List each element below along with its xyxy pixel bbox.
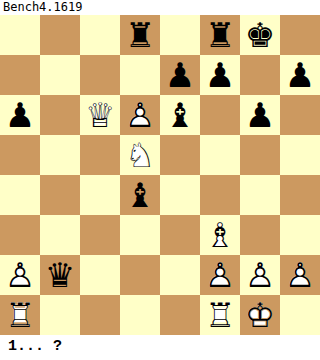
square-f7[interactable]: ♟ — [200, 55, 240, 95]
square-c8[interactable] — [80, 15, 120, 55]
black-pawn: ♟ — [280, 55, 320, 95]
square-d5[interactable]: ♞♘ — [120, 135, 160, 175]
white-pawn-fill: ♟ — [0, 255, 40, 295]
square-b5[interactable] — [40, 135, 80, 175]
square-c2[interactable] — [80, 255, 120, 295]
white-knight-fill: ♞ — [120, 135, 160, 175]
square-g1[interactable]: ♚♔ — [240, 295, 280, 335]
square-c5[interactable] — [80, 135, 120, 175]
square-b7[interactable] — [40, 55, 80, 95]
square-b2[interactable]: ♛ — [40, 255, 80, 295]
square-g8[interactable]: ♚ — [240, 15, 280, 55]
square-b4[interactable] — [40, 175, 80, 215]
black-bishop: ♝ — [120, 175, 160, 215]
white-bishop: ♗ — [200, 215, 240, 255]
black-rook: ♜ — [200, 15, 240, 55]
white-pawn: ♙ — [120, 95, 160, 135]
square-h2[interactable]: ♟♙ — [280, 255, 320, 295]
square-h7[interactable]: ♟ — [280, 55, 320, 95]
square-a5[interactable] — [0, 135, 40, 175]
white-rook: ♖ — [0, 295, 40, 335]
square-h8[interactable] — [280, 15, 320, 55]
square-d1[interactable] — [120, 295, 160, 335]
square-f6[interactable] — [200, 95, 240, 135]
white-pawn-fill: ♟ — [120, 95, 160, 135]
white-pawn-fill: ♟ — [280, 255, 320, 295]
square-a1[interactable]: ♜♖ — [0, 295, 40, 335]
white-king: ♔ — [240, 295, 280, 335]
square-e4[interactable] — [160, 175, 200, 215]
white-bishop-fill: ♝ — [200, 215, 240, 255]
white-queen: ♕ — [80, 95, 120, 135]
square-c4[interactable] — [80, 175, 120, 215]
black-rook: ♜ — [120, 15, 160, 55]
square-c3[interactable] — [80, 215, 120, 255]
black-bishop: ♝ — [160, 95, 200, 135]
square-d7[interactable] — [120, 55, 160, 95]
square-h1[interactable] — [280, 295, 320, 335]
square-g7[interactable] — [240, 55, 280, 95]
white-pawn: ♙ — [280, 255, 320, 295]
white-rook-fill: ♜ — [200, 295, 240, 335]
black-pawn: ♟ — [200, 55, 240, 95]
square-h6[interactable] — [280, 95, 320, 135]
square-a2[interactable]: ♟♙ — [0, 255, 40, 295]
square-d2[interactable] — [120, 255, 160, 295]
white-pawn-fill: ♟ — [240, 255, 280, 295]
square-h3[interactable] — [280, 215, 320, 255]
square-e2[interactable] — [160, 255, 200, 295]
square-d3[interactable] — [120, 215, 160, 255]
square-b3[interactable] — [40, 215, 80, 255]
window-title: Bench4.1619 — [0, 0, 320, 15]
square-f4[interactable] — [200, 175, 240, 215]
square-f2[interactable]: ♟♙ — [200, 255, 240, 295]
black-pawn: ♟ — [0, 95, 40, 135]
square-g6[interactable]: ♟ — [240, 95, 280, 135]
square-g5[interactable] — [240, 135, 280, 175]
square-a7[interactable] — [0, 55, 40, 95]
square-d4[interactable]: ♝ — [120, 175, 160, 215]
square-f8[interactable]: ♜ — [200, 15, 240, 55]
square-c7[interactable] — [80, 55, 120, 95]
square-g4[interactable] — [240, 175, 280, 215]
square-g2[interactable]: ♟♙ — [240, 255, 280, 295]
square-h5[interactable] — [280, 135, 320, 175]
square-g3[interactable] — [240, 215, 280, 255]
square-b6[interactable] — [40, 95, 80, 135]
white-pawn: ♙ — [0, 255, 40, 295]
square-f5[interactable] — [200, 135, 240, 175]
square-e1[interactable] — [160, 295, 200, 335]
square-e3[interactable] — [160, 215, 200, 255]
square-b1[interactable] — [40, 295, 80, 335]
white-knight: ♘ — [120, 135, 160, 175]
square-d6[interactable]: ♟♙ — [120, 95, 160, 135]
square-a6[interactable]: ♟ — [0, 95, 40, 135]
square-f1[interactable]: ♜♖ — [200, 295, 240, 335]
square-a8[interactable] — [0, 15, 40, 55]
chess-board: ♜♜♚♟♟♟♟♛♕♟♙♝♟♞♘♝♝♗♟♙♛♟♙♟♙♟♙♜♖♜♖♚♔ — [0, 15, 320, 335]
black-pawn: ♟ — [240, 95, 280, 135]
square-h4[interactable] — [280, 175, 320, 215]
move-prompt: 1... ? — [0, 335, 320, 360]
square-e6[interactable]: ♝ — [160, 95, 200, 135]
black-king: ♚ — [240, 15, 280, 55]
white-rook: ♖ — [200, 295, 240, 335]
white-pawn-fill: ♟ — [200, 255, 240, 295]
white-pawn: ♙ — [240, 255, 280, 295]
square-e5[interactable] — [160, 135, 200, 175]
square-d8[interactable]: ♜ — [120, 15, 160, 55]
square-c6[interactable]: ♛♕ — [80, 95, 120, 135]
square-a3[interactable] — [0, 215, 40, 255]
white-queen-fill: ♛ — [80, 95, 120, 135]
square-e8[interactable] — [160, 15, 200, 55]
square-a4[interactable] — [0, 175, 40, 215]
white-pawn: ♙ — [200, 255, 240, 295]
black-queen: ♛ — [40, 255, 80, 295]
white-rook-fill: ♜ — [0, 295, 40, 335]
white-king-fill: ♚ — [240, 295, 280, 335]
square-f3[interactable]: ♝♗ — [200, 215, 240, 255]
square-c1[interactable] — [80, 295, 120, 335]
square-e7[interactable]: ♟ — [160, 55, 200, 95]
square-b8[interactable] — [40, 15, 80, 55]
black-pawn: ♟ — [160, 55, 200, 95]
